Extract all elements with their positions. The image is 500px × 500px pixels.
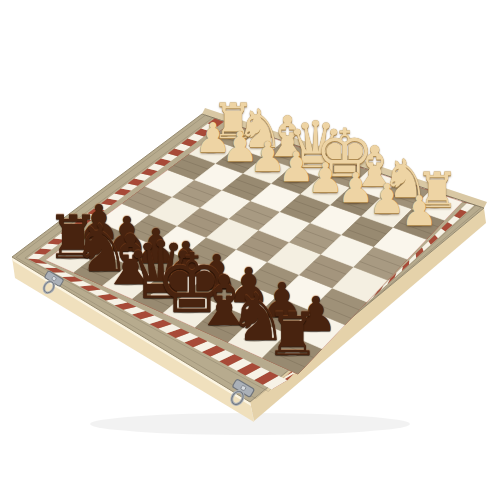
felt-pad [367, 182, 382, 186]
felt-pad [180, 272, 192, 276]
felt-pad [235, 159, 246, 162]
felt-pad [181, 306, 202, 312]
chess-set-photo: ♜♞♟♝♟♛♟♚♟♝♟♞♟♜♟♟♟♟♜♟♞♟♝♟♛♟♚♟♝♟♞♜ [0, 0, 500, 500]
felt-pad [227, 134, 240, 138]
felt-pad [276, 313, 288, 317]
felt-pad [249, 335, 266, 340]
felt-pad [253, 143, 267, 147]
felt-pad [150, 292, 171, 298]
felt-pad [93, 235, 105, 239]
felt-pad [398, 193, 412, 197]
chess-board [0, 0, 500, 500]
felt-pad [208, 149, 219, 152]
felt-pad [382, 211, 393, 214]
felt-pad [211, 285, 223, 289]
felt-pad [262, 169, 273, 172]
felt-pad [310, 327, 322, 331]
felt-pad [350, 200, 361, 203]
felt-pad [93, 266, 110, 271]
felt-pad [150, 259, 162, 263]
felt-pad [280, 152, 295, 156]
felt-pad [320, 189, 331, 192]
felt-pad [65, 254, 81, 259]
felt-pad [431, 204, 444, 208]
felt-pad [291, 179, 302, 182]
felt-pad [285, 351, 301, 356]
felt-pad [307, 161, 324, 166]
felt-pad [121, 247, 133, 251]
felt-pad [243, 299, 255, 303]
felt-pad [215, 321, 233, 326]
felt-pad [336, 171, 353, 176]
felt-pad [414, 222, 425, 225]
felt-pad [122, 279, 140, 284]
